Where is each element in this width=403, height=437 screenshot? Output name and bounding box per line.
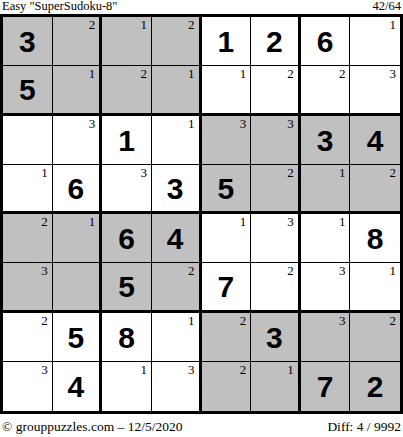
given-digit: 5 [68,321,85,353]
cell-r2c7[interactable]: 2 [301,66,351,115]
cell-r1c3[interactable]: 1 [102,17,152,66]
cell-r4c8[interactable]: 2 [350,165,400,214]
cell-r1c4[interactable]: 2 [152,17,202,66]
hint-digit: 2 [140,67,147,80]
cell-r6c2[interactable] [53,263,103,312]
cell-r2c5[interactable]: 1 [202,66,252,115]
hint-digit: 1 [339,215,346,228]
hint-digit: 2 [41,314,48,327]
cell-r2c3[interactable]: 2 [102,66,152,115]
hint-digit: 2 [240,363,247,376]
cell-r1c1[interactable]: 3 [3,17,53,66]
hint-digit: 1 [140,18,147,31]
given-digit: 2 [367,370,384,402]
given-digit: 4 [68,370,85,402]
cell-r4c2[interactable]: 6 [53,165,103,214]
cell-r3c4[interactable]: 1 [152,116,202,165]
cell-r2c4[interactable]: 1 [152,66,202,115]
hint-digit: 1 [188,314,195,327]
hint-digit: 2 [339,67,346,80]
given-digit: 1 [118,124,135,156]
cell-r8c3[interactable]: 1 [102,362,152,411]
cell-r4c4[interactable]: 3 [152,165,202,214]
cell-r5c3[interactable]: 6 [102,214,152,263]
cell-r8c6[interactable]: 1 [251,362,301,411]
hint-digit: 1 [287,363,294,376]
hint-digit: 1 [390,264,397,277]
cell-r6c8[interactable]: 1 [350,263,400,312]
cell-r5c2[interactable]: 1 [53,214,103,263]
hint-digit: 1 [188,67,195,80]
hint-digit: 1 [41,166,48,179]
cell-r2c2[interactable]: 1 [53,66,103,115]
given-digit: 8 [367,222,384,254]
cell-r5c5[interactable]: 1 [202,214,252,263]
difficulty-text: Diff: 4 / 9992 [327,419,401,434]
cell-r4c7[interactable]: 1 [301,165,351,214]
cell-r6c5[interactable]: 7 [202,263,252,312]
cell-r8c4[interactable]: 3 [152,362,202,411]
cell-r7c2[interactable]: 5 [53,313,103,362]
cell-r8c7[interactable]: 7 [301,362,351,411]
cell-r8c2[interactable]: 4 [53,362,103,411]
cell-r7c7[interactable]: 3 [301,313,351,362]
given-digit: 5 [217,172,234,204]
given-digit: 1 [217,25,234,57]
cell-r1c8[interactable]: 1 [350,17,400,66]
hint-digit: 1 [339,166,346,179]
cell-r1c7[interactable]: 6 [301,17,351,66]
cell-r7c5[interactable]: 2 [202,313,252,362]
cell-r2c6[interactable]: 2 [251,66,301,115]
given-digit: 2 [266,25,283,57]
cell-r6c3[interactable]: 5 [102,263,152,312]
hint-digit: 3 [240,117,247,130]
cell-r7c8[interactable]: 2 [350,313,400,362]
copyright-text: © grouppuzzles.com – 12/5/2020 [2,419,182,434]
cell-r3c7[interactable]: 3 [301,116,351,165]
cell-r4c1[interactable]: 1 [3,165,53,214]
hint-digit: 3 [188,363,195,376]
given-digit: 6 [68,172,85,204]
cell-r8c5[interactable]: 2 [202,362,252,411]
given-digit: 3 [167,172,184,204]
page-title: Easy "SuperSudoku-8" [2,0,117,13]
hint-digit: 2 [390,166,397,179]
hint-digit: 1 [89,215,96,228]
cell-r1c6[interactable]: 2 [251,17,301,66]
hint-digit: 2 [41,215,48,228]
given-digit: 7 [217,270,234,302]
cell-r6c6[interactable]: 2 [251,263,301,312]
given-digit: 5 [19,73,36,105]
cell-r7c3[interactable]: 8 [102,313,152,362]
hint-digit: 1 [188,117,195,130]
header: Easy "SuperSudoku-8" 42/64 [2,0,401,14]
hint-digit: 1 [390,18,397,31]
cell-r6c1[interactable]: 3 [3,263,53,312]
given-digit: 3 [266,321,283,353]
given-digit: 4 [367,124,384,156]
hint-digit: 3 [89,117,96,130]
cell-r6c7[interactable]: 3 [301,263,351,312]
given-digit: 7 [317,370,334,402]
cell-r6c4[interactable]: 2 [152,263,202,312]
hint-digit: 3 [41,264,48,277]
cell-r4c3[interactable]: 3 [102,165,152,214]
hint-digit: 3 [41,363,48,376]
cell-r5c4[interactable]: 4 [152,214,202,263]
cell-r7c1[interactable]: 2 [3,313,53,362]
cell-r5c1[interactable]: 2 [3,214,53,263]
hint-digit: 1 [89,67,96,80]
hint-digit: 3 [339,314,346,327]
hint-digit: 3 [339,264,346,277]
cell-r3c2[interactable]: 3 [53,116,103,165]
cell-r8c8[interactable]: 2 [350,362,400,411]
cell-r8c1[interactable]: 3 [3,362,53,411]
cell-r2c1[interactable]: 5 [3,66,53,115]
hint-digit: 2 [240,314,247,327]
given-digit: 3 [317,124,334,156]
cell-r7c4[interactable]: 1 [152,313,202,362]
given-digit: 6 [118,222,135,254]
hint-digit: 2 [287,166,294,179]
cell-r4c6[interactable]: 2 [251,165,301,214]
hint-digit: 1 [240,67,247,80]
hint-digit: 2 [287,264,294,277]
hint-digit: 3 [390,67,397,80]
cell-r2c8[interactable]: 3 [350,66,400,115]
given-digit: 3 [19,25,36,57]
cell-r3c6[interactable]: 3 [251,116,301,165]
cell-r5c8[interactable]: 8 [350,214,400,263]
sudoku-grid: 3212126151211223311333416335212216413183… [0,14,403,414]
cell-r3c1[interactable] [3,116,53,165]
given-digit: 4 [167,222,184,254]
cell-r1c5[interactable]: 1 [202,17,252,66]
hint-digit: 3 [287,215,294,228]
cell-r3c3[interactable]: 1 [102,116,152,165]
hint-digit: 3 [287,117,294,130]
cell-r5c6[interactable]: 3 [251,214,301,263]
hint-digit: 2 [188,18,195,31]
hint-digit: 3 [140,166,147,179]
cell-r4c5[interactable]: 5 [202,165,252,214]
given-digit: 8 [118,321,135,353]
cell-r3c5[interactable]: 3 [202,116,252,165]
footer: © grouppuzzles.com – 12/5/2020 Diff: 4 /… [2,418,401,434]
cell-counter: 42/64 [373,0,401,13]
cell-r3c8[interactable]: 4 [350,116,400,165]
hint-digit: 1 [140,363,147,376]
hint-digit: 2 [390,314,397,327]
cell-r5c7[interactable]: 1 [301,214,351,263]
given-digit: 6 [317,25,334,57]
cell-r1c2[interactable]: 2 [53,17,103,66]
hint-digit: 2 [89,18,96,31]
hint-digit: 2 [188,264,195,277]
cell-r7c6[interactable]: 3 [251,313,301,362]
hint-digit: 1 [240,215,247,228]
hint-digit: 2 [287,67,294,80]
given-digit: 5 [118,270,135,302]
